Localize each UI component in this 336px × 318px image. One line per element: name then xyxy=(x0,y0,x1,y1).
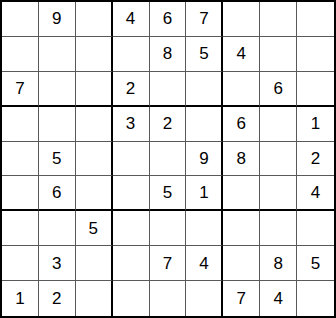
sudoku-cell-r9c2: 2 xyxy=(39,281,76,316)
sudoku-cell-r1c2: 9 xyxy=(39,2,76,37)
sudoku-cell-r3c2[interactable] xyxy=(39,72,76,107)
sudoku-cell-r9c9[interactable] xyxy=(297,281,334,316)
sudoku-cell-r6c3[interactable] xyxy=(76,176,113,211)
sudoku-cell-r3c7[interactable] xyxy=(223,72,260,107)
sudoku-cell-r1c4: 4 xyxy=(113,2,150,37)
sudoku-cell-r6c1[interactable] xyxy=(2,176,39,211)
sudoku-cell-r3c6[interactable] xyxy=(186,72,223,107)
sudoku-cell-r4c1[interactable] xyxy=(2,107,39,142)
sudoku-cell-r6c9: 4 xyxy=(297,176,334,211)
sudoku-cell-r2c7: 4 xyxy=(223,37,260,72)
sudoku-cell-r6c6: 1 xyxy=(186,176,223,211)
sudoku-cell-r7c5[interactable] xyxy=(150,211,187,246)
sudoku-cell-r7c1[interactable] xyxy=(2,211,39,246)
sudoku-cell-r8c9: 5 xyxy=(297,246,334,281)
sudoku-cell-r9c8: 4 xyxy=(260,281,297,316)
sudoku-cell-r3c1: 7 xyxy=(2,72,39,107)
sudoku-cell-r9c1: 1 xyxy=(2,281,39,316)
sudoku-cell-r2c1[interactable] xyxy=(2,37,39,72)
sudoku-cell-r3c3[interactable] xyxy=(76,72,113,107)
sudoku-cell-r5c5[interactable] xyxy=(150,142,187,177)
sudoku-cell-r2c4[interactable] xyxy=(113,37,150,72)
sudoku-cell-r4c3[interactable] xyxy=(76,107,113,142)
sudoku-cell-r2c2[interactable] xyxy=(39,37,76,72)
sudoku-cell-r8c5: 7 xyxy=(150,246,187,281)
sudoku-board: 94678547263261598265145374851274 xyxy=(0,0,336,318)
sudoku-cell-r6c8[interactable] xyxy=(260,176,297,211)
sudoku-cell-r6c7[interactable] xyxy=(223,176,260,211)
sudoku-cell-r5c2: 5 xyxy=(39,142,76,177)
sudoku-cell-r5c6: 9 xyxy=(186,142,223,177)
sudoku-cell-r2c8[interactable] xyxy=(260,37,297,72)
sudoku-cell-r7c4[interactable] xyxy=(113,211,150,246)
sudoku-cell-r1c9[interactable] xyxy=(297,2,334,37)
sudoku-cell-r3c8: 6 xyxy=(260,72,297,107)
sudoku-cell-r5c1[interactable] xyxy=(2,142,39,177)
sudoku-cell-r5c3[interactable] xyxy=(76,142,113,177)
sudoku-cell-r2c9[interactable] xyxy=(297,37,334,72)
sudoku-cell-r8c3[interactable] xyxy=(76,246,113,281)
sudoku-cell-r8c7[interactable] xyxy=(223,246,260,281)
sudoku-cell-r4c4: 3 xyxy=(113,107,150,142)
sudoku-cell-r9c5[interactable] xyxy=(150,281,187,316)
sudoku-cell-r8c8: 8 xyxy=(260,246,297,281)
sudoku-cell-r1c8[interactable] xyxy=(260,2,297,37)
sudoku-cell-r8c4[interactable] xyxy=(113,246,150,281)
sudoku-cell-r7c9[interactable] xyxy=(297,211,334,246)
sudoku-cell-r4c7: 6 xyxy=(223,107,260,142)
sudoku-cell-r4c2[interactable] xyxy=(39,107,76,142)
sudoku-cell-r7c7[interactable] xyxy=(223,211,260,246)
sudoku-cell-r5c7: 8 xyxy=(223,142,260,177)
sudoku-cell-r7c6[interactable] xyxy=(186,211,223,246)
sudoku-cell-r2c3[interactable] xyxy=(76,37,113,72)
sudoku-cell-r1c6: 7 xyxy=(186,2,223,37)
sudoku-cell-r6c2: 6 xyxy=(39,176,76,211)
sudoku-cell-r4c5: 2 xyxy=(150,107,187,142)
sudoku-cell-r3c4: 2 xyxy=(113,72,150,107)
sudoku-cell-r7c8[interactable] xyxy=(260,211,297,246)
sudoku-cell-r9c6[interactable] xyxy=(186,281,223,316)
sudoku-cell-r7c2[interactable] xyxy=(39,211,76,246)
sudoku-cell-r7c3: 5 xyxy=(76,211,113,246)
sudoku-cell-r5c9: 2 xyxy=(297,142,334,177)
sudoku-cell-r8c2: 3 xyxy=(39,246,76,281)
sudoku-cell-r3c5[interactable] xyxy=(150,72,187,107)
sudoku-cell-r6c5: 5 xyxy=(150,176,187,211)
sudoku-cell-r9c7: 7 xyxy=(223,281,260,316)
sudoku-cell-r6c4[interactable] xyxy=(113,176,150,211)
sudoku-cell-r2c6: 5 xyxy=(186,37,223,72)
sudoku-cell-r4c6[interactable] xyxy=(186,107,223,142)
sudoku-cell-r8c6: 4 xyxy=(186,246,223,281)
sudoku-cell-r1c7[interactable] xyxy=(223,2,260,37)
sudoku-cell-r2c5: 8 xyxy=(150,37,187,72)
sudoku-cell-r4c9: 1 xyxy=(297,107,334,142)
sudoku-cell-r5c8[interactable] xyxy=(260,142,297,177)
sudoku-cell-r5c4[interactable] xyxy=(113,142,150,177)
sudoku-cell-r4c8[interactable] xyxy=(260,107,297,142)
sudoku-cell-r9c4[interactable] xyxy=(113,281,150,316)
sudoku-cell-r3c9[interactable] xyxy=(297,72,334,107)
sudoku-cell-r1c5: 6 xyxy=(150,2,187,37)
sudoku-cell-r1c3[interactable] xyxy=(76,2,113,37)
sudoku-cell-r1c1[interactable] xyxy=(2,2,39,37)
sudoku-cell-r8c1[interactable] xyxy=(2,246,39,281)
sudoku-cell-r9c3[interactable] xyxy=(76,281,113,316)
